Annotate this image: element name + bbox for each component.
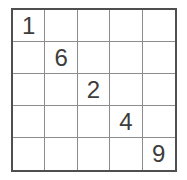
grid-cell-r0c2[interactable]	[78, 10, 110, 42]
grid-cell-r2c1[interactable]	[45, 74, 77, 106]
grid-cell-r2c0[interactable]	[13, 74, 45, 106]
grid-cell-r3c0[interactable]	[13, 106, 45, 138]
grid-cell-r0c1[interactable]	[45, 10, 77, 42]
grid-cell-r0c4[interactable]	[143, 10, 175, 42]
grid-cell-r3c3[interactable]: 4	[110, 106, 142, 138]
puzzle-board-container: 16249	[11, 8, 177, 172]
grid-cell-r1c0[interactable]	[13, 42, 45, 74]
grid-cell-r4c4[interactable]: 9	[143, 138, 175, 170]
grid-cell-r4c0[interactable]	[13, 138, 45, 170]
grid-cell-r3c1[interactable]	[45, 106, 77, 138]
grid-cell-r4c2[interactable]	[78, 138, 110, 170]
grid-cell-r3c2[interactable]	[78, 106, 110, 138]
grid-cell-r4c3[interactable]	[110, 138, 142, 170]
grid-cell-r1c1[interactable]: 6	[45, 42, 77, 74]
grid-cell-r1c4[interactable]	[143, 42, 175, 74]
grid-cell-r4c1[interactable]	[45, 138, 77, 170]
grid-cell-r0c0[interactable]: 1	[13, 10, 45, 42]
grid-cell-r1c3[interactable]	[110, 42, 142, 74]
grid-cell-r0c3[interactable]	[110, 10, 142, 42]
puzzle-board: 16249	[11, 8, 177, 172]
grid-cell-r3c4[interactable]	[143, 106, 175, 138]
grid-cell-r2c3[interactable]	[110, 74, 142, 106]
grid-cell-r2c2[interactable]: 2	[78, 74, 110, 106]
grid-cell-r2c4[interactable]	[143, 74, 175, 106]
grid-cell-r1c2[interactable]	[78, 42, 110, 74]
